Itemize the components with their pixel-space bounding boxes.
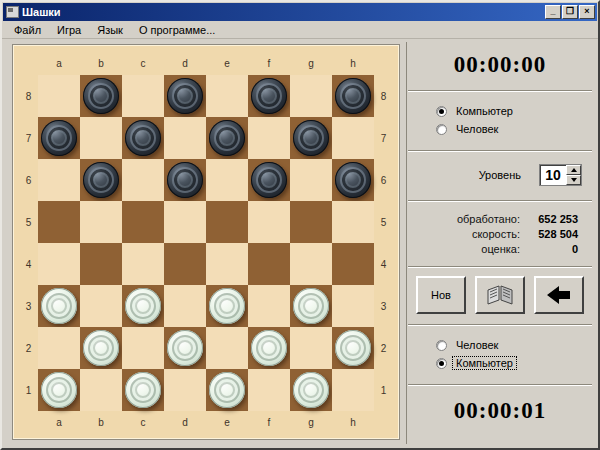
- square-e1[interactable]: [206, 369, 248, 411]
- black-piece-b6[interactable]: [83, 162, 119, 198]
- stat-label: оценка:: [481, 243, 520, 255]
- file-label-h-bottom: h: [332, 411, 374, 433]
- square-a1[interactable]: [38, 369, 80, 411]
- file-label-g-top: g: [290, 51, 332, 75]
- window-title: Шашки: [22, 6, 544, 18]
- stat-value: 528 504: [520, 228, 578, 240]
- square-g6: [290, 159, 332, 201]
- black-piece-c7[interactable]: [125, 120, 161, 156]
- square-d6[interactable]: [164, 159, 206, 201]
- square-e5[interactable]: [206, 201, 248, 243]
- square-b5: [80, 201, 122, 243]
- square-a7[interactable]: [38, 117, 80, 159]
- rank-label-8-right: 8: [374, 75, 393, 117]
- white-piece-f2[interactable]: [251, 330, 287, 366]
- new-game-button[interactable]: Нов: [416, 276, 466, 314]
- level-label: Уровень: [479, 169, 521, 181]
- square-a3[interactable]: [38, 285, 80, 327]
- file-label-c-top: c: [122, 51, 164, 75]
- square-c1[interactable]: [122, 369, 164, 411]
- square-e3[interactable]: [206, 285, 248, 327]
- file-label-g-bottom: g: [290, 411, 332, 433]
- rank-label-3-left: 3: [19, 285, 38, 327]
- stat-row: скорость:528 504: [408, 228, 578, 240]
- rank-label-7-left: 7: [19, 117, 38, 159]
- bottom-player-label: Человек: [452, 338, 502, 352]
- square-b1: [80, 369, 122, 411]
- app-icon: [6, 6, 19, 18]
- rank-label-4-right: 4: [374, 243, 393, 285]
- square-d1: [164, 369, 206, 411]
- rank-label-5-left: 5: [19, 201, 38, 243]
- board-frame: abcdefgh8877665544332211abcdefgh: [12, 44, 400, 440]
- square-g4: [290, 243, 332, 285]
- up-arrow-icon: [571, 168, 577, 172]
- file-label-b-bottom: b: [80, 411, 122, 433]
- file-label-b-top: b: [80, 51, 122, 75]
- black-piece-a7[interactable]: [41, 120, 77, 156]
- top-player-option-0[interactable]: Компьютер: [436, 104, 592, 118]
- square-b4[interactable]: [80, 243, 122, 285]
- black-piece-d8[interactable]: [167, 78, 203, 114]
- square-h2[interactable]: [332, 327, 374, 369]
- level-down-button[interactable]: [566, 175, 581, 185]
- square-g3[interactable]: [290, 285, 332, 327]
- undo-left-arrow-icon: [546, 284, 572, 306]
- stat-label: обработано:: [457, 213, 520, 225]
- control-panel: 00:00:00 КомпьютерЧеловек Уровень 10 обр…: [406, 42, 592, 444]
- square-b7: [80, 117, 122, 159]
- square-f2[interactable]: [248, 327, 290, 369]
- close-button[interactable]: ×: [579, 5, 595, 19]
- menu-item-игра[interactable]: Игра: [49, 23, 89, 38]
- black-piece-f8[interactable]: [251, 78, 287, 114]
- opening-book-icon: [485, 284, 515, 306]
- square-d2[interactable]: [164, 327, 206, 369]
- down-arrow-icon: [571, 178, 577, 182]
- white-piece-a1[interactable]: [41, 372, 77, 408]
- white-piece-c1[interactable]: [125, 372, 161, 408]
- square-h8[interactable]: [332, 75, 374, 117]
- file-label-h-top: h: [332, 51, 374, 75]
- stat-value: 652 253: [520, 213, 578, 225]
- stat-label: скорость:: [472, 228, 520, 240]
- square-g7[interactable]: [290, 117, 332, 159]
- stat-value: 0: [520, 243, 578, 255]
- level-up-button[interactable]: [566, 165, 581, 175]
- radio-icon[interactable]: [436, 106, 447, 117]
- menu-item-файл[interactable]: Файл: [6, 23, 49, 38]
- rank-label-1-left: 1: [19, 369, 38, 411]
- square-g2: [290, 327, 332, 369]
- file-label-a-bottom: a: [38, 411, 80, 433]
- square-f5: [248, 201, 290, 243]
- square-e2: [206, 327, 248, 369]
- square-h3: [332, 285, 374, 327]
- file-label-a-top: a: [38, 51, 80, 75]
- white-piece-b2[interactable]: [83, 330, 119, 366]
- square-b6[interactable]: [80, 159, 122, 201]
- file-label-e-bottom: e: [206, 411, 248, 433]
- white-piece-d2[interactable]: [167, 330, 203, 366]
- square-e6: [206, 159, 248, 201]
- square-g5[interactable]: [290, 201, 332, 243]
- white-piece-e1[interactable]: [209, 372, 245, 408]
- radio-icon[interactable]: [436, 124, 447, 135]
- square-d3: [164, 285, 206, 327]
- square-c4: [122, 243, 164, 285]
- square-c8: [122, 75, 164, 117]
- square-a4: [38, 243, 80, 285]
- white-piece-g3[interactable]: [293, 288, 329, 324]
- bottom-player-option-1[interactable]: Компьютер: [436, 356, 592, 370]
- black-piece-b8[interactable]: [83, 78, 119, 114]
- menu-item-язык[interactable]: Язык: [89, 23, 131, 38]
- rank-label-2-right: 2: [374, 327, 393, 369]
- square-b8[interactable]: [80, 75, 122, 117]
- rank-label-1-right: 1: [374, 369, 393, 411]
- level-spinner[interactable]: 10: [539, 164, 582, 186]
- radio-icon[interactable]: [436, 358, 447, 369]
- square-c6: [122, 159, 164, 201]
- radio-icon[interactable]: [436, 340, 447, 351]
- black-piece-g7[interactable]: [293, 120, 329, 156]
- board-corner: [19, 411, 38, 433]
- top-player-label: Человек: [452, 122, 502, 136]
- square-b2[interactable]: [80, 327, 122, 369]
- square-a2: [38, 327, 80, 369]
- square-f4[interactable]: [248, 243, 290, 285]
- level-value: 10: [540, 165, 566, 185]
- square-f3: [248, 285, 290, 327]
- black-clock: 00:00:00: [408, 42, 592, 91]
- file-label-d-top: d: [164, 51, 206, 75]
- minimize-button[interactable]: _: [545, 5, 561, 19]
- menu-item-опрограмме[interactable]: О программе...: [131, 23, 223, 38]
- board-corner: [374, 411, 393, 433]
- square-d7: [164, 117, 206, 159]
- square-e7[interactable]: [206, 117, 248, 159]
- bottom-player-option-0[interactable]: Человек: [436, 338, 592, 352]
- board-area: abcdefgh8877665544332211abcdefgh: [4, 40, 402, 446]
- square-f7: [248, 117, 290, 159]
- square-h5: [332, 201, 374, 243]
- white-piece-c3[interactable]: [125, 288, 161, 324]
- new-game-label: Нов: [431, 289, 451, 301]
- square-a5[interactable]: [38, 201, 80, 243]
- rank-label-8-left: 8: [19, 75, 38, 117]
- checkers-app-window: Шашки _ ❐ × ФайлИграЯзыкО программе... a…: [0, 0, 600, 450]
- square-f8[interactable]: [248, 75, 290, 117]
- rank-label-3-right: 3: [374, 285, 393, 327]
- square-d5: [164, 201, 206, 243]
- file-label-c-bottom: c: [122, 411, 164, 433]
- black-piece-f6[interactable]: [251, 162, 287, 198]
- white-piece-h2[interactable]: [335, 330, 371, 366]
- opening-book-button[interactable]: [475, 276, 525, 314]
- square-g8: [290, 75, 332, 117]
- rank-label-7-right: 7: [374, 117, 393, 159]
- rank-label-2-left: 2: [19, 327, 38, 369]
- board-corner: [374, 51, 393, 75]
- undo-move-button[interactable]: [534, 276, 584, 314]
- board-corner: [19, 51, 38, 75]
- white-piece-g1[interactable]: [293, 372, 329, 408]
- square-c7[interactable]: [122, 117, 164, 159]
- black-piece-h6[interactable]: [335, 162, 371, 198]
- square-d8[interactable]: [164, 75, 206, 117]
- black-piece-e7[interactable]: [209, 120, 245, 156]
- black-piece-h8[interactable]: [335, 78, 371, 114]
- top-player-label: Компьютер: [452, 104, 517, 118]
- title-bar[interactable]: Шашки _ ❐ ×: [3, 3, 597, 21]
- square-c3[interactable]: [122, 285, 164, 327]
- square-f6[interactable]: [248, 159, 290, 201]
- bottom-player-label: Компьютер: [452, 356, 517, 370]
- square-b3: [80, 285, 122, 327]
- square-h4[interactable]: [332, 243, 374, 285]
- rank-label-4-left: 4: [19, 243, 38, 285]
- square-e4: [206, 243, 248, 285]
- bottom-player-select: ЧеловекКомпьютер: [408, 325, 592, 385]
- rank-label-5-right: 5: [374, 201, 393, 243]
- file-label-e-top: e: [206, 51, 248, 75]
- white-clock: 00:00:01: [408, 385, 592, 444]
- file-label-d-bottom: d: [164, 411, 206, 433]
- file-label-f-top: f: [248, 51, 290, 75]
- checkers-board[interactable]: abcdefgh8877665544332211abcdefgh: [19, 51, 393, 433]
- level-section: Уровень 10: [408, 151, 592, 201]
- rank-label-6-left: 6: [19, 159, 38, 201]
- square-d4[interactable]: [164, 243, 206, 285]
- black-piece-d6[interactable]: [167, 162, 203, 198]
- square-g1[interactable]: [290, 369, 332, 411]
- white-piece-a3[interactable]: [41, 288, 77, 324]
- square-a6: [38, 159, 80, 201]
- rank-label-6-right: 6: [374, 159, 393, 201]
- toolbar: Нов: [408, 267, 592, 325]
- stat-row: обработано:652 253: [408, 213, 578, 225]
- maximize-button[interactable]: ❐: [562, 5, 578, 19]
- square-h7: [332, 117, 374, 159]
- stat-row: оценка:0: [408, 243, 578, 255]
- white-piece-e3[interactable]: [209, 288, 245, 324]
- top-player-option-1[interactable]: Человек: [436, 122, 592, 136]
- file-label-f-bottom: f: [248, 411, 290, 433]
- square-h6[interactable]: [332, 159, 374, 201]
- menu-bar: ФайлИграЯзыкО программе...: [2, 22, 598, 39]
- square-e8: [206, 75, 248, 117]
- square-a8: [38, 75, 80, 117]
- square-c2: [122, 327, 164, 369]
- search-stats: обработано:652 253скорость:528 504оценка…: [408, 201, 592, 267]
- square-h1: [332, 369, 374, 411]
- square-f1: [248, 369, 290, 411]
- square-c5[interactable]: [122, 201, 164, 243]
- top-player-select: КомпьютерЧеловек: [408, 91, 592, 151]
